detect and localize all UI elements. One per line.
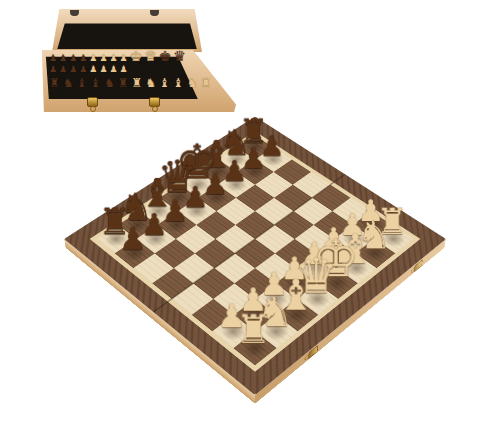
stored-piece: ♞ bbox=[187, 77, 198, 89]
stored-piece: ♛ bbox=[173, 49, 186, 63]
case-lid bbox=[52, 9, 202, 52]
stored-piece: ♞ bbox=[104, 77, 115, 89]
stored-piece: ♜ bbox=[200, 77, 211, 89]
stored-piece: ♝ bbox=[173, 77, 184, 89]
stored-piece: ♝ bbox=[77, 77, 88, 89]
product-photo: ♟♟♟♟♟♟♟♟♚♛♚♛♟♟♟♟♟♟♟♟♜♞♝♝♞♜♜♞♝♝♞♜ ♜♟♞♟♝♟♚… bbox=[0, 0, 500, 444]
piece-tray: ♟♟♟♟♟♟♟♟♚♛♚♛♟♟♟♟♟♟♟♟♜♞♝♝♞♜♜♞♝♝♞♜ bbox=[40, 50, 236, 112]
stored-piece: ♝ bbox=[159, 77, 170, 89]
clasp-icon bbox=[308, 345, 318, 360]
dark-p-glyph: ♟ bbox=[103, 224, 164, 254]
stored-piece: ♜ bbox=[118, 77, 129, 89]
case-base: ♟♟♟♟♟♟♟♟♚♛♚♛♟♟♟♟♟♟♟♟♜♞♝♝♞♜♜♞♝♝♞♜ bbox=[40, 50, 236, 112]
light-r-glyph: ♜ bbox=[221, 310, 287, 349]
stored-piece: ♛ bbox=[144, 49, 157, 63]
tray-row: ♜♞♝♝♞♜♜♞♝♝♞♜ bbox=[49, 73, 211, 89]
stored-piece: ♜ bbox=[132, 77, 143, 89]
chess-board: ♜♟♞♟♝♟♚♟♛♟♝♟♟♞♜♟♟♜♞♟♟♝♟♚♟♛♟♝♟♞♟♜ bbox=[120, 104, 390, 374]
board-3d: ♜♟♞♟♝♟♚♟♛♟♝♟♟♞♜♟♟♜♞♟♟♝♟♚♟♛♟♝♟♞♟♜ bbox=[64, 116, 446, 395]
clasp-icon bbox=[87, 97, 98, 107]
stored-piece: ♞ bbox=[145, 77, 156, 89]
storage-case: ♟♟♟♟♟♟♟♟♚♛♚♛♟♟♟♟♟♟♟♟♜♞♝♝♞♜♜♞♝♝♞♜ bbox=[40, 8, 236, 112]
stored-piece: ♜ bbox=[49, 77, 60, 89]
stored-piece: ♚ bbox=[130, 49, 143, 63]
board-frame: ♜♟♞♟♝♟♚♟♛♟♝♟♟♞♜♟♟♜♞♟♟♝♟♚♟♛♟♝♟♞♟♜ bbox=[64, 116, 446, 395]
clasp-icon bbox=[413, 259, 422, 273]
tray-row: ♟♟♟♟♟♟♟♟♚♛♚♛ bbox=[49, 47, 186, 63]
stored-piece: ♝ bbox=[90, 77, 101, 89]
stored-piece: ♚ bbox=[159, 49, 172, 63]
stored-piece: ♞ bbox=[63, 77, 74, 89]
